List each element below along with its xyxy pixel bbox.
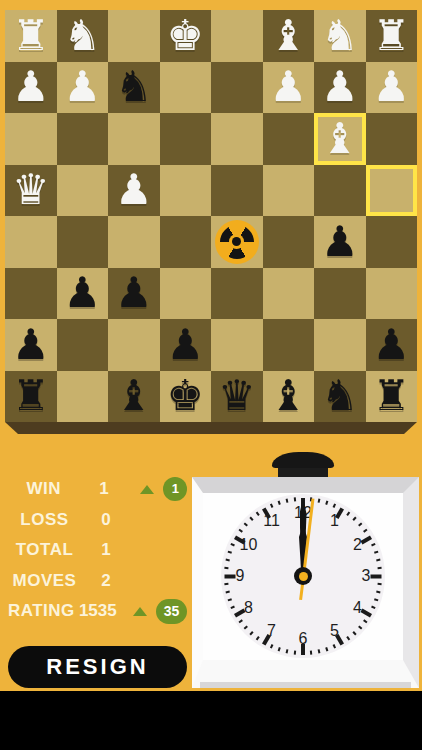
square[interactable] — [314, 268, 366, 320]
clock-center-dot — [299, 572, 308, 581]
square[interactable] — [211, 10, 263, 62]
total-label: TOTAL — [7, 540, 82, 560]
square[interactable] — [314, 165, 366, 217]
win-value: 1 — [80, 479, 127, 499]
minute-tick — [228, 551, 232, 554]
moves-value: 2 — [82, 571, 130, 591]
square[interactable]: ♟ — [108, 268, 160, 320]
white-pawn[interactable]: ♟ — [372, 66, 410, 108]
minute-tick — [228, 598, 232, 601]
board-base — [5, 422, 417, 434]
minute-tick — [325, 501, 328, 505]
square[interactable]: ♟ — [108, 165, 160, 217]
square[interactable]: ♜ — [5, 371, 57, 423]
square[interactable]: ♞ — [314, 10, 366, 62]
clock-numeral: 8 — [235, 599, 261, 617]
black-queen[interactable]: ♛ — [218, 375, 256, 417]
black-pawn[interactable]: ♟ — [63, 272, 101, 314]
clock-numeral: 5 — [322, 622, 348, 640]
square[interactable] — [366, 268, 418, 320]
square[interactable] — [5, 216, 57, 268]
stats-panel: WIN 1 1 LOSS 0 TOTAL 1 MOVES 2 RATING 15… — [7, 474, 187, 627]
square[interactable] — [57, 371, 109, 423]
square[interactable]: ♝ — [314, 113, 366, 165]
white-knight[interactable]: ♞ — [63, 15, 101, 57]
square[interactable]: ♟ — [57, 268, 109, 320]
radiation-icon — [215, 220, 259, 264]
square[interactable] — [108, 113, 160, 165]
stat-row-total: TOTAL 1 — [7, 535, 187, 566]
square[interactable] — [366, 165, 418, 217]
square[interactable] — [211, 268, 263, 320]
square[interactable] — [5, 113, 57, 165]
up-arrow-icon — [140, 485, 154, 494]
minute-tick — [286, 499, 289, 503]
up-arrow-icon — [133, 607, 147, 616]
square[interactable] — [211, 319, 263, 371]
minute-tick — [333, 644, 336, 648]
black-pawn[interactable]: ♟ — [321, 221, 359, 263]
clock-frame: 123456789101112 — [192, 477, 419, 688]
square[interactable]: ♚ — [160, 371, 212, 423]
minute-tick — [333, 503, 336, 507]
square[interactable] — [160, 268, 212, 320]
minute-tick — [226, 559, 230, 562]
minute-tick — [230, 543, 234, 546]
minute-tick — [318, 499, 321, 503]
black-pawn[interactable]: ♟ — [166, 324, 204, 366]
app-screen: ♜♞♚♝♞♜♟♟♞♟♟♟♝♛♟♟♟♟♟♟♟♜♝♚♛♝♞♜ WIN 1 1 LOS… — [0, 0, 422, 750]
minute-tick — [249, 631, 253, 635]
minute-tick — [230, 606, 234, 609]
black-knight[interactable]: ♞ — [321, 375, 359, 417]
minute-tick — [376, 591, 380, 594]
square[interactable] — [160, 113, 212, 165]
square[interactable] — [57, 113, 109, 165]
white-bishop[interactable]: ♝ — [321, 118, 359, 160]
rating-label: RATING — [7, 601, 76, 621]
minute-tick — [363, 529, 367, 533]
rating-value: 1535 — [76, 601, 120, 621]
black-pawn[interactable]: ♟ — [12, 324, 50, 366]
minute-tick — [325, 647, 328, 651]
white-queen[interactable]: ♛ — [12, 169, 50, 211]
square[interactable] — [211, 113, 263, 165]
minute-tick — [294, 497, 296, 501]
square[interactable]: ♟ — [160, 319, 212, 371]
square[interactable] — [57, 319, 109, 371]
white-rook[interactable]: ♜ — [12, 15, 50, 57]
minute-tick — [278, 647, 281, 651]
clock-numeral: 4 — [345, 599, 371, 617]
square[interactable]: ♞ — [314, 371, 366, 423]
square[interactable]: ♟ — [314, 216, 366, 268]
minute-tick — [244, 522, 248, 526]
clock-button-icon — [272, 452, 334, 468]
clock-numeral: 11 — [259, 512, 285, 530]
moves-label: MOVES — [7, 571, 82, 591]
clock-numeral: 10 — [235, 536, 261, 554]
clock-dial: 123456789101112 — [221, 494, 385, 658]
square[interactable]: ♟ — [57, 62, 109, 114]
square[interactable] — [160, 165, 212, 217]
square[interactable] — [366, 113, 418, 165]
loss-value: 0 — [82, 510, 130, 530]
minute-tick — [318, 649, 321, 653]
win-delta-badge: 1 — [163, 477, 187, 501]
loss-label: LOSS — [7, 510, 82, 530]
square[interactable]: ♟ — [366, 62, 418, 114]
square[interactable] — [5, 268, 57, 320]
stat-row-win: WIN 1 1 — [7, 474, 187, 505]
white-king[interactable]: ♚ — [166, 15, 204, 57]
clock-numeral: 7 — [259, 622, 285, 640]
square[interactable] — [211, 165, 263, 217]
clock-numeral: 6 — [290, 630, 316, 648]
square[interactable]: ♚ — [160, 10, 212, 62]
minute-tick — [270, 644, 273, 648]
square[interactable] — [108, 216, 160, 268]
black-pawn[interactable]: ♟ — [372, 324, 410, 366]
stat-row-moves: MOVES 2 — [7, 566, 187, 597]
minute-tick — [278, 501, 281, 505]
square[interactable]: ♝ — [263, 371, 315, 423]
clock-numeral: 2 — [345, 536, 371, 554]
square[interactable] — [57, 216, 109, 268]
square[interactable]: ♝ — [108, 371, 160, 423]
white-pawn[interactable]: ♟ — [63, 66, 101, 108]
square[interactable] — [366, 216, 418, 268]
chess-board: ♜♞♚♝♞♜♟♟♞♟♟♟♝♛♟♟♟♟♟♟♟♜♝♚♛♝♞♜ — [5, 10, 417, 422]
black-bishop[interactable]: ♝ — [269, 375, 307, 417]
white-pawn[interactable]: ♟ — [12, 66, 50, 108]
minute-tick — [371, 543, 375, 546]
minute-tick — [226, 591, 230, 594]
square[interactable]: ♝ — [263, 10, 315, 62]
square[interactable]: ♟ — [5, 319, 57, 371]
square[interactable]: ♟ — [5, 62, 57, 114]
clock-numeral: 1 — [322, 512, 348, 530]
square[interactable]: ♞ — [57, 10, 109, 62]
square[interactable] — [263, 113, 315, 165]
white-pawn[interactable]: ♟ — [269, 66, 307, 108]
square[interactable]: ♞ — [108, 62, 160, 114]
resign-button[interactable]: RESIGN — [8, 646, 187, 688]
minute-tick — [363, 619, 367, 623]
minute-tick — [286, 649, 289, 653]
stat-row-rating: RATING 1535 35 — [7, 596, 187, 627]
clock-bottom-shadow — [200, 682, 411, 688]
minute-tick — [294, 650, 296, 654]
square[interactable] — [211, 216, 263, 268]
minute-tick — [371, 606, 375, 609]
clock-face: 123456789101112 — [203, 493, 403, 660]
white-bishop[interactable]: ♝ — [269, 15, 307, 57]
win-label: WIN — [7, 479, 80, 499]
clock-numeral: 9 — [227, 567, 253, 585]
minute-tick — [310, 650, 312, 654]
square[interactable] — [160, 62, 212, 114]
white-knight[interactable]: ♞ — [321, 15, 359, 57]
minute-tick — [376, 559, 380, 562]
rating-delta-badge: 35 — [156, 599, 187, 624]
square[interactable]: ♛ — [5, 165, 57, 217]
minute-tick — [249, 517, 253, 521]
minute-tick — [374, 598, 378, 601]
square[interactable] — [57, 165, 109, 217]
square[interactable]: ♟ — [366, 319, 418, 371]
minute-tick — [244, 625, 248, 629]
total-value: 1 — [82, 540, 130, 560]
square[interactable]: ♟ — [314, 62, 366, 114]
square[interactable] — [160, 216, 212, 268]
square[interactable] — [263, 165, 315, 217]
square[interactable] — [263, 268, 315, 320]
white-pawn[interactable]: ♟ — [321, 66, 359, 108]
bottom-bar — [0, 691, 422, 750]
square[interactable] — [263, 216, 315, 268]
square[interactable] — [314, 319, 366, 371]
black-king[interactable]: ♚ — [166, 375, 204, 417]
minute-tick — [238, 619, 242, 623]
square[interactable]: ♜ — [5, 10, 57, 62]
black-pawn[interactable]: ♟ — [115, 272, 153, 314]
square[interactable]: ♛ — [211, 371, 263, 423]
white-pawn[interactable]: ♟ — [115, 169, 153, 211]
square[interactable]: ♜ — [366, 10, 418, 62]
clock-numeral: 3 — [353, 567, 379, 585]
black-rook[interactable]: ♜ — [372, 375, 410, 417]
black-knight[interactable]: ♞ — [115, 66, 153, 108]
black-rook[interactable]: ♜ — [12, 375, 50, 417]
square[interactable] — [263, 319, 315, 371]
minute-tick — [352, 631, 356, 635]
square[interactable]: ♟ — [263, 62, 315, 114]
minute-tick — [270, 503, 273, 507]
black-bishop[interactable]: ♝ — [115, 375, 153, 417]
white-rook[interactable]: ♜ — [372, 15, 410, 57]
square[interactable]: ♜ — [366, 371, 418, 423]
minute-tick — [358, 625, 362, 629]
square[interactable] — [108, 10, 160, 62]
stat-row-loss: LOSS 0 — [7, 505, 187, 536]
minute-tick — [374, 551, 378, 554]
minute-tick — [358, 522, 362, 526]
minute-tick — [238, 529, 242, 533]
square[interactable] — [108, 319, 160, 371]
square[interactable] — [211, 62, 263, 114]
chess-clock: 123456789101112 — [192, 450, 419, 691]
minute-tick — [352, 517, 356, 521]
